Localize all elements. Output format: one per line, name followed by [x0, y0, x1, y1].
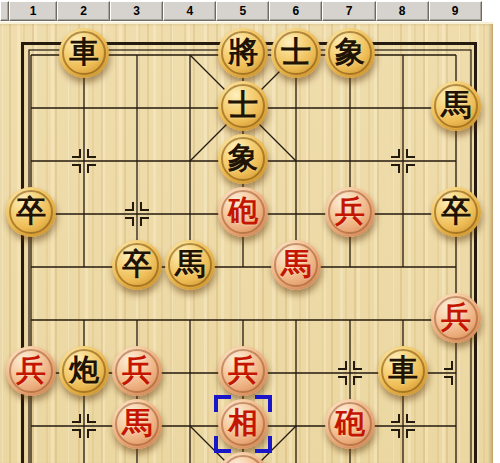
- app-window: 123456789 車將士象士馬象卒砲兵卒卒馬馬兵兵炮兵兵車馬相砲: [0, 0, 500, 463]
- piece-character: 象: [335, 37, 365, 67]
- column-header-4: 4: [163, 1, 216, 21]
- piece-character: 兵: [122, 355, 152, 385]
- piece-red-horse-f3r8[interactable]: 馬: [112, 399, 162, 449]
- piece-black-pawn-f9r4[interactable]: 卒: [431, 187, 481, 237]
- column-header-3: 3: [110, 1, 163, 21]
- piece-character: 卒: [122, 249, 152, 279]
- piece-red-horse-f6r5[interactable]: 馬: [271, 240, 321, 290]
- piece-character: 馬: [441, 90, 471, 120]
- piece-black-horse-f9r2[interactable]: 馬: [431, 81, 481, 131]
- piece-red-cannon-f5r4[interactable]: 砲: [218, 187, 268, 237]
- piece-red-pawn-f9r6[interactable]: 兵: [431, 293, 481, 343]
- piece-character: 馬: [175, 249, 205, 279]
- piece-red-pawn-f5r7[interactable]: 兵: [218, 346, 268, 396]
- piece-character: 將: [228, 37, 258, 67]
- piece-character: 士: [228, 90, 258, 120]
- column-header-8: 8: [376, 1, 429, 21]
- piece-red-cannon-f7r8[interactable]: 砲: [325, 399, 375, 449]
- piece-black-advisor-f5r2[interactable]: 士: [218, 81, 268, 131]
- piece-character: 炮: [69, 355, 99, 385]
- piece-black-pawn-f3r5[interactable]: 卒: [112, 240, 162, 290]
- piece-red-pawn-f3r7[interactable]: 兵: [112, 346, 162, 396]
- piece-black-chariot-f2r1[interactable]: 車: [59, 28, 109, 78]
- piece-character: 馬: [122, 408, 152, 438]
- piece-character: 車: [388, 355, 418, 385]
- column-header-7: 7: [322, 1, 375, 21]
- piece-character: 相: [228, 408, 258, 438]
- piece-black-horse-f4r5[interactable]: 馬: [165, 240, 215, 290]
- piece-red-elephant-f5r8[interactable]: 相: [218, 399, 268, 449]
- piece-character: 兵: [16, 355, 46, 385]
- piece-character: 砲: [335, 408, 365, 438]
- piece-character: 卒: [441, 196, 471, 226]
- piece-red-pawn-f7r4[interactable]: 兵: [325, 187, 375, 237]
- column-header-stub: [0, 1, 9, 21]
- piece-black-general-f5r1[interactable]: 將: [218, 28, 268, 78]
- piece-black-pawn-f1r4[interactable]: 卒: [6, 187, 56, 237]
- column-header-row: 123456789: [0, 0, 482, 21]
- piece-red-pawn-f1r7[interactable]: 兵: [6, 346, 56, 396]
- piece-black-elephant-f7r1[interactable]: 象: [325, 28, 375, 78]
- piece-black-chariot-f8r7[interactable]: 車: [378, 346, 428, 396]
- piece-black-cannon-f2r7[interactable]: 炮: [59, 346, 109, 396]
- column-header-5: 5: [216, 1, 269, 21]
- piece-character: 車: [69, 37, 99, 67]
- piece-character: 卒: [16, 196, 46, 226]
- piece-black-advisor-f6r1[interactable]: 士: [271, 28, 321, 78]
- piece-character: 兵: [441, 302, 471, 332]
- piece-character: 兵: [228, 355, 258, 385]
- piece-character: 砲: [228, 196, 258, 226]
- column-header-6: 6: [269, 1, 322, 21]
- piece-black-elephant-f5r3[interactable]: 象: [218, 134, 268, 184]
- piece-character: 兵: [335, 196, 365, 226]
- piece-character: 象: [228, 143, 258, 173]
- column-header-1: 1: [9, 1, 57, 21]
- column-header-2: 2: [57, 1, 110, 21]
- column-header-9: 9: [429, 1, 482, 21]
- piece-character: 士: [281, 37, 311, 67]
- piece-character: 馬: [281, 249, 311, 279]
